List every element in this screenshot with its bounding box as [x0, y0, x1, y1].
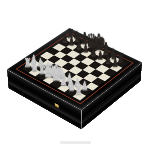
brass-latch-icon — [55, 103, 59, 108]
watermark — [60, 141, 91, 144]
chess-set-product-photo: ♜♞♝♛♚♝♞♜♟♟♟♟♟♟♟♟♟♟♟♟♟♟♟♟♜♞♝♛♚♝♞♜ — [0, 0, 150, 150]
white-knight: ♞ — [30, 58, 39, 72]
chess-board-box: ♜♞♝♛♚♝♞♜♟♟♟♟♟♟♟♟♟♟♟♟♟♟♟♟♜♞♝♛♚♝♞♜ — [7, 28, 142, 110]
